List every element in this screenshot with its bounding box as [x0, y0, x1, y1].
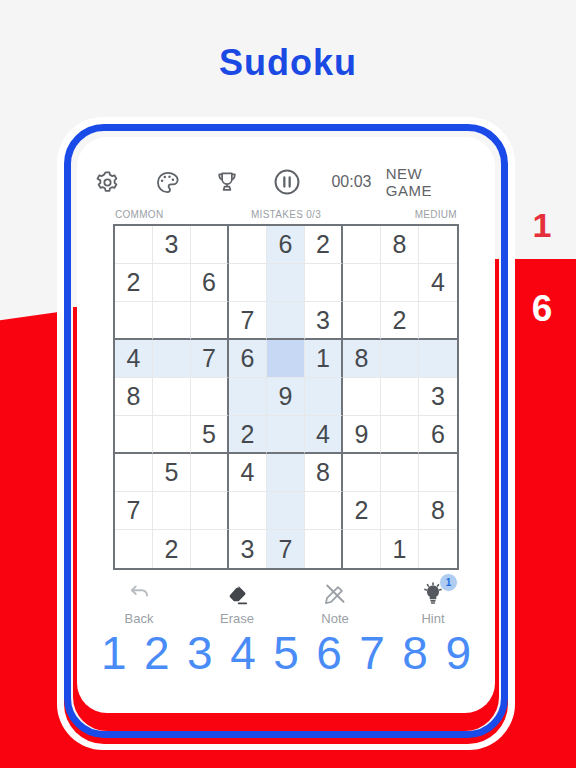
cell-r4c8[interactable] [381, 340, 419, 378]
pause-icon [271, 166, 303, 198]
cell-r2c4[interactable] [229, 264, 267, 302]
cell-r2c2[interactable] [153, 264, 191, 302]
cell-r7c8[interactable] [381, 454, 419, 492]
number-pad: 1 2 3 4 5 6 7 8 9 [77, 628, 495, 678]
cell-r3c6[interactable]: 3 [305, 302, 343, 340]
cell-r4c3[interactable]: 7 [191, 340, 229, 378]
cell-r6c8[interactable] [381, 416, 419, 454]
blue-border-ring: 00:03 NEW GAME COMMON MISTAKES 0/3 MEDIU… [64, 124, 508, 738]
cell-r5c5[interactable]: 9 [267, 378, 305, 416]
numpad-2[interactable]: 2 [144, 628, 170, 678]
trophy-button[interactable] [197, 169, 257, 195]
inner-red-ring: 00:03 NEW GAME COMMON MISTAKES 0/3 MEDIU… [73, 133, 499, 731]
numpad-8[interactable]: 8 [402, 628, 428, 678]
cell-r2c7[interactable] [343, 264, 381, 302]
note-label: Note [321, 611, 348, 626]
top-toolbar: 00:03 NEW GAME [77, 163, 495, 201]
cell-r8c7[interactable]: 2 [343, 492, 381, 530]
game-screen: 00:03 NEW GAME COMMON MISTAKES 0/3 MEDIU… [77, 137, 495, 713]
status-row: COMMON MISTAKES 0/3 MEDIUM [115, 209, 457, 220]
cell-r2c8[interactable] [381, 264, 419, 302]
cell-r7c4[interactable]: 4 [229, 454, 267, 492]
cell-r8c1[interactable]: 7 [115, 492, 153, 530]
cell-r1c6[interactable]: 2 [305, 226, 343, 264]
settings-button[interactable] [77, 169, 137, 196]
cell-r6c1[interactable] [115, 416, 153, 454]
cell-r1c3[interactable] [191, 226, 229, 264]
cell-r6c7[interactable]: 9 [343, 416, 381, 454]
tool-row: Back Erase [77, 580, 495, 626]
cell-r2c6[interactable] [305, 264, 343, 302]
app-screenshot: 1 6 Sudoku [0, 0, 576, 768]
trophy-icon [214, 169, 240, 195]
cell-r9c2[interactable]: 2 [153, 530, 191, 568]
cell-r1c8[interactable]: 8 [381, 226, 419, 264]
cell-r3c1[interactable] [115, 302, 153, 340]
cell-r8c4[interactable] [229, 492, 267, 530]
difficulty-type-label: COMMON [115, 209, 229, 220]
cell-r4c7[interactable]: 8 [343, 340, 381, 378]
page-title: Sudoku [0, 42, 576, 84]
numpad-1[interactable]: 1 [101, 628, 127, 678]
cell-r9c9[interactable] [419, 530, 457, 568]
decorative-number-1: 1 [518, 206, 566, 245]
erase-button[interactable]: Erase [205, 580, 269, 626]
cell-r7c2[interactable]: 5 [153, 454, 191, 492]
cell-r8c6[interactable] [305, 492, 343, 530]
phone-mockup-card: 00:03 NEW GAME COMMON MISTAKES 0/3 MEDIU… [57, 117, 515, 750]
cell-r7c3[interactable] [191, 454, 229, 492]
cell-r3c4[interactable]: 7 [229, 302, 267, 340]
mistakes-counter: MISTAKES 0/3 [229, 209, 343, 220]
cell-r6c5[interactable] [267, 416, 305, 454]
cell-r5c8[interactable] [381, 378, 419, 416]
cell-r9c4[interactable]: 3 [229, 530, 267, 568]
cell-r8c3[interactable] [191, 492, 229, 530]
numpad-5[interactable]: 5 [273, 628, 299, 678]
erase-label: Erase [220, 611, 254, 626]
pencil-note-icon [322, 580, 348, 608]
hint-label: Hint [421, 611, 444, 626]
hint-count-badge: 1 [439, 573, 458, 592]
cell-r3c2[interactable] [153, 302, 191, 340]
pause-button[interactable] [257, 166, 317, 198]
undo-arrow-icon [126, 580, 152, 608]
cell-r8c5[interactable] [267, 492, 305, 530]
cell-r7c7[interactable] [343, 454, 381, 492]
cell-r5c1[interactable]: 8 [115, 378, 153, 416]
cell-r9c3[interactable] [191, 530, 229, 568]
cell-r7c6[interactable]: 8 [305, 454, 343, 492]
cell-r9c5[interactable]: 7 [267, 530, 305, 568]
numpad-6[interactable]: 6 [316, 628, 342, 678]
cell-r1c4[interactable] [229, 226, 267, 264]
cell-r3c9[interactable] [419, 302, 457, 340]
cell-r2c1[interactable]: 2 [115, 264, 153, 302]
cell-r9c8[interactable]: 1 [381, 530, 419, 568]
cell-r4c1[interactable]: 4 [115, 340, 153, 378]
cell-r4c2[interactable] [153, 340, 191, 378]
eraser-icon [224, 580, 250, 608]
cell-r5c4[interactable] [229, 378, 267, 416]
cell-r7c5[interactable] [267, 454, 305, 492]
cell-r1c2[interactable]: 3 [153, 226, 191, 264]
cell-r9c6[interactable] [305, 530, 343, 568]
cell-r6c9[interactable]: 6 [419, 416, 457, 454]
cell-r6c4[interactable]: 2 [229, 416, 267, 454]
cell-r5c3[interactable] [191, 378, 229, 416]
cell-r7c9[interactable] [419, 454, 457, 492]
lightbulb-hint-icon: 1 [420, 580, 446, 608]
hint-button[interactable]: 1 Hint [401, 580, 465, 626]
cell-r4c9[interactable] [419, 340, 457, 378]
cell-r4c6[interactable]: 1 [305, 340, 343, 378]
palette-icon [154, 169, 181, 196]
cell-r2c9[interactable]: 4 [419, 264, 457, 302]
numpad-9[interactable]: 9 [445, 628, 471, 678]
gear-icon [94, 169, 121, 196]
cell-r5c2[interactable] [153, 378, 191, 416]
cell-r4c4[interactable]: 6 [229, 340, 267, 378]
cell-r8c8[interactable] [381, 492, 419, 530]
cell-r1c7[interactable] [343, 226, 381, 264]
decorative-number-6: 6 [518, 288, 566, 330]
cell-r2c5[interactable] [267, 264, 305, 302]
cell-r3c3[interactable] [191, 302, 229, 340]
numpad-7[interactable]: 7 [359, 628, 385, 678]
cell-r6c3[interactable]: 5 [191, 416, 229, 454]
game-timer: 00:03 [317, 173, 386, 191]
sudoku-board: 362826473247618893524965487282371 [113, 224, 459, 570]
undo-button[interactable]: Back [107, 580, 171, 626]
undo-label: Back [125, 611, 154, 626]
cell-r1c9[interactable] [419, 226, 457, 264]
cell-r1c5[interactable]: 6 [267, 226, 305, 264]
cell-r7c1[interactable] [115, 454, 153, 492]
cell-r9c7[interactable] [343, 530, 381, 568]
cell-r5c6[interactable] [305, 378, 343, 416]
cell-r2c3[interactable]: 6 [191, 264, 229, 302]
cell-r9c1[interactable] [115, 530, 153, 568]
cell-r8c9[interactable]: 8 [419, 492, 457, 530]
numpad-4[interactable]: 4 [230, 628, 256, 678]
cell-r4c5[interactable] [267, 340, 305, 378]
difficulty-level-label: MEDIUM [343, 209, 457, 220]
cell-r8c2[interactable] [153, 492, 191, 530]
new-game-button[interactable]: NEW GAME [386, 165, 469, 199]
cell-r3c5[interactable] [267, 302, 305, 340]
cell-r3c8[interactable]: 2 [381, 302, 419, 340]
cell-r6c2[interactable] [153, 416, 191, 454]
note-button[interactable]: Note [303, 580, 367, 626]
theme-button[interactable] [137, 169, 197, 196]
cell-r1c1[interactable] [115, 226, 153, 264]
cell-r6c6[interactable]: 4 [305, 416, 343, 454]
cell-r5c9[interactable]: 3 [419, 378, 457, 416]
cell-r3c7[interactable] [343, 302, 381, 340]
cell-r5c7[interactable] [343, 378, 381, 416]
numpad-3[interactable]: 3 [187, 628, 213, 678]
